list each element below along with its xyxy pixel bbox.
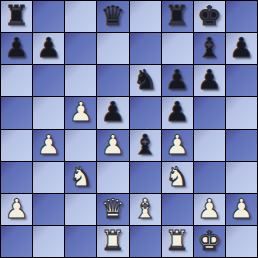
piece-black-king[interactable]: ♚ <box>197 2 221 29</box>
square-f5[interactable]: ♟ <box>162 97 193 128</box>
square-h2[interactable]: ♟ <box>226 194 257 225</box>
piece-white-rook[interactable]: ♜ <box>101 227 125 254</box>
piece-black-pawn[interactable]: ♟ <box>197 66 221 93</box>
piece-white-pawn[interactable]: ♟ <box>229 195 253 222</box>
chess-board-container: ♜♛♜♚♟♟♝♟♞♟♟♟♟♟♟♟♝♟♞♞♟♛♝♟♟♜♜♚ <box>0 0 258 258</box>
square-e6[interactable]: ♞ <box>130 65 161 96</box>
piece-black-pawn[interactable]: ♟ <box>101 98 125 125</box>
square-b5[interactable] <box>33 97 64 128</box>
square-d3[interactable] <box>97 162 128 193</box>
square-f1[interactable]: ♜ <box>162 226 193 257</box>
piece-black-pawn[interactable]: ♟ <box>229 34 253 61</box>
square-h6[interactable] <box>226 65 257 96</box>
piece-white-pawn[interactable]: ♟ <box>37 131 61 158</box>
piece-white-bishop[interactable]: ♝ <box>133 195 157 222</box>
square-d6[interactable] <box>97 65 128 96</box>
square-b8[interactable] <box>33 1 64 32</box>
square-f4[interactable]: ♟ <box>162 130 193 161</box>
square-d1[interactable]: ♜ <box>97 226 128 257</box>
square-c3[interactable]: ♞ <box>65 162 96 193</box>
chess-board: ♜♛♜♚♟♟♝♟♞♟♟♟♟♟♟♟♝♟♞♞♟♛♝♟♟♜♜♚ <box>0 0 258 258</box>
square-b1[interactable] <box>33 226 64 257</box>
square-c2[interactable] <box>65 194 96 225</box>
square-g5[interactable] <box>194 97 225 128</box>
square-d7[interactable] <box>97 33 128 64</box>
square-e4[interactable]: ♝ <box>130 130 161 161</box>
square-e7[interactable] <box>130 33 161 64</box>
square-c1[interactable] <box>65 226 96 257</box>
square-g7[interactable]: ♝ <box>194 33 225 64</box>
square-a6[interactable] <box>1 65 32 96</box>
piece-black-rook[interactable]: ♜ <box>4 2 28 29</box>
square-a8[interactable]: ♜ <box>1 1 32 32</box>
square-a1[interactable] <box>1 226 32 257</box>
square-b2[interactable] <box>33 194 64 225</box>
square-g2[interactable]: ♟ <box>194 194 225 225</box>
square-d2[interactable]: ♛ <box>97 194 128 225</box>
square-c5[interactable]: ♟ <box>65 97 96 128</box>
square-a4[interactable] <box>1 130 32 161</box>
piece-white-rook[interactable]: ♜ <box>165 227 189 254</box>
square-g4[interactable] <box>194 130 225 161</box>
square-b7[interactable]: ♟ <box>33 33 64 64</box>
piece-black-queen[interactable]: ♛ <box>101 2 125 29</box>
piece-black-knight[interactable]: ♞ <box>133 66 157 93</box>
piece-white-king[interactable]: ♚ <box>197 227 221 254</box>
square-d8[interactable]: ♛ <box>97 1 128 32</box>
square-e3[interactable] <box>130 162 161 193</box>
square-e1[interactable] <box>130 226 161 257</box>
piece-white-pawn[interactable]: ♟ <box>4 195 28 222</box>
piece-black-bishop[interactable]: ♝ <box>197 34 221 61</box>
square-g1[interactable]: ♚ <box>194 226 225 257</box>
square-c4[interactable] <box>65 130 96 161</box>
piece-black-pawn[interactable]: ♟ <box>165 66 189 93</box>
square-f6[interactable]: ♟ <box>162 65 193 96</box>
piece-white-queen[interactable]: ♛ <box>101 195 125 222</box>
piece-black-pawn[interactable]: ♟ <box>4 34 28 61</box>
square-a2[interactable]: ♟ <box>1 194 32 225</box>
square-g6[interactable]: ♟ <box>194 65 225 96</box>
square-g3[interactable] <box>194 162 225 193</box>
square-f3[interactable]: ♞ <box>162 162 193 193</box>
piece-black-bishop[interactable]: ♝ <box>133 131 157 158</box>
square-b6[interactable] <box>33 65 64 96</box>
square-c6[interactable] <box>65 65 96 96</box>
square-c7[interactable] <box>65 33 96 64</box>
square-a5[interactable] <box>1 97 32 128</box>
square-g8[interactable]: ♚ <box>194 1 225 32</box>
square-e5[interactable] <box>130 97 161 128</box>
piece-white-pawn[interactable]: ♟ <box>197 195 221 222</box>
piece-white-pawn[interactable]: ♟ <box>101 131 125 158</box>
piece-white-pawn[interactable]: ♟ <box>165 131 189 158</box>
square-d5[interactable]: ♟ <box>97 97 128 128</box>
piece-white-knight[interactable]: ♞ <box>69 163 93 190</box>
piece-white-knight[interactable]: ♞ <box>165 163 189 190</box>
square-c8[interactable] <box>65 1 96 32</box>
square-b4[interactable]: ♟ <box>33 130 64 161</box>
square-a3[interactable] <box>1 162 32 193</box>
square-a7[interactable]: ♟ <box>1 33 32 64</box>
piece-black-pawn[interactable]: ♟ <box>165 98 189 125</box>
square-e2[interactable]: ♝ <box>130 194 161 225</box>
square-f8[interactable]: ♜ <box>162 1 193 32</box>
square-f2[interactable] <box>162 194 193 225</box>
square-f7[interactable] <box>162 33 193 64</box>
square-b3[interactable] <box>33 162 64 193</box>
square-h5[interactable] <box>226 97 257 128</box>
square-h3[interactable] <box>226 162 257 193</box>
square-d4[interactable]: ♟ <box>97 130 128 161</box>
square-e8[interactable] <box>130 1 161 32</box>
square-h7[interactable]: ♟ <box>226 33 257 64</box>
square-h4[interactable] <box>226 130 257 161</box>
square-h8[interactable] <box>226 1 257 32</box>
square-h1[interactable] <box>226 226 257 257</box>
piece-black-pawn[interactable]: ♟ <box>37 34 61 61</box>
piece-black-rook[interactable]: ♜ <box>165 2 189 29</box>
piece-white-pawn[interactable]: ♟ <box>69 98 93 125</box>
